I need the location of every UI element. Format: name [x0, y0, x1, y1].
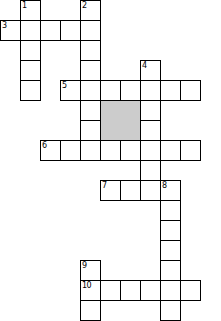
grid-cell[interactable] [140, 100, 161, 121]
grid-cell[interactable] [140, 160, 161, 181]
grid-cell[interactable]: 5 [60, 80, 81, 101]
grid-cell[interactable] [80, 40, 101, 61]
clue-number: 4 [142, 61, 147, 70]
grid-cell[interactable] [120, 80, 141, 101]
grid-cell[interactable] [160, 80, 181, 101]
grid-cell[interactable] [180, 140, 201, 161]
clue-number: 8 [162, 181, 167, 190]
grid-cell[interactable] [80, 120, 101, 141]
grid-cell[interactable] [80, 100, 101, 121]
grid-cell[interactable] [100, 80, 121, 101]
grid-cell[interactable] [20, 80, 41, 101]
shaded-block [100, 100, 141, 141]
grid-cell[interactable] [160, 280, 181, 301]
grid-cell[interactable] [140, 140, 161, 161]
grid-cell[interactable] [60, 20, 81, 41]
grid-cell[interactable] [100, 280, 121, 301]
clue-number: 5 [62, 81, 67, 90]
grid-cell[interactable] [160, 200, 181, 221]
grid-cell[interactable] [160, 300, 181, 321]
grid-cell[interactable] [180, 280, 201, 301]
grid-cell[interactable] [80, 60, 101, 81]
grid-cell[interactable] [140, 120, 161, 141]
grid-cell[interactable]: 2 [80, 0, 101, 21]
grid-cell[interactable] [140, 80, 161, 101]
grid-cell[interactable] [120, 280, 141, 301]
grid-cell[interactable] [120, 140, 141, 161]
grid-cell[interactable] [20, 40, 41, 61]
clue-number: 2 [82, 1, 87, 10]
grid-cell[interactable] [140, 280, 161, 301]
grid-cell[interactable] [140, 180, 161, 201]
grid-cell[interactable] [160, 140, 181, 161]
grid-cell[interactable] [160, 240, 181, 261]
grid-cell[interactable] [60, 140, 81, 161]
grid-cell[interactable]: 8 [160, 180, 181, 201]
grid-cell[interactable]: 10 [80, 280, 101, 301]
grid-cell[interactable] [80, 300, 101, 321]
grid-cell[interactable] [40, 20, 61, 41]
clue-number: 1 [22, 1, 27, 10]
clue-number: 7 [102, 181, 107, 190]
clue-number: 10 [82, 281, 91, 290]
clue-number: 9 [82, 261, 87, 270]
clue-number: 6 [42, 141, 47, 150]
grid-cell[interactable] [120, 180, 141, 201]
grid-cell[interactable]: 4 [140, 60, 161, 81]
grid-cell[interactable] [20, 60, 41, 81]
clue-number: 3 [2, 21, 7, 30]
grid-cell[interactable] [100, 140, 121, 161]
crossword-grid: 12345678910 [0, 0, 221, 321]
grid-cell[interactable]: 7 [100, 180, 121, 201]
page-background: 12345678910 [0, 0, 221, 321]
grid-cell[interactable] [20, 20, 41, 41]
grid-cell[interactable] [160, 260, 181, 281]
grid-cell[interactable]: 1 [20, 0, 41, 21]
grid-cell[interactable] [80, 20, 101, 41]
grid-cell[interactable] [160, 220, 181, 241]
grid-cell[interactable] [80, 140, 101, 161]
grid-cell[interactable]: 9 [80, 260, 101, 281]
grid-cell[interactable] [80, 80, 101, 101]
grid-cell[interactable] [180, 80, 201, 101]
grid-cell[interactable]: 3 [0, 20, 21, 41]
grid-cell[interactable]: 6 [40, 140, 61, 161]
